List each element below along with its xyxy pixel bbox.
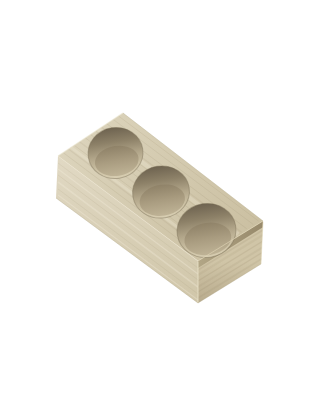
wood-block-illustration bbox=[0, 0, 315, 409]
wood-block bbox=[56, 113, 263, 303]
product-photo bbox=[0, 0, 315, 409]
